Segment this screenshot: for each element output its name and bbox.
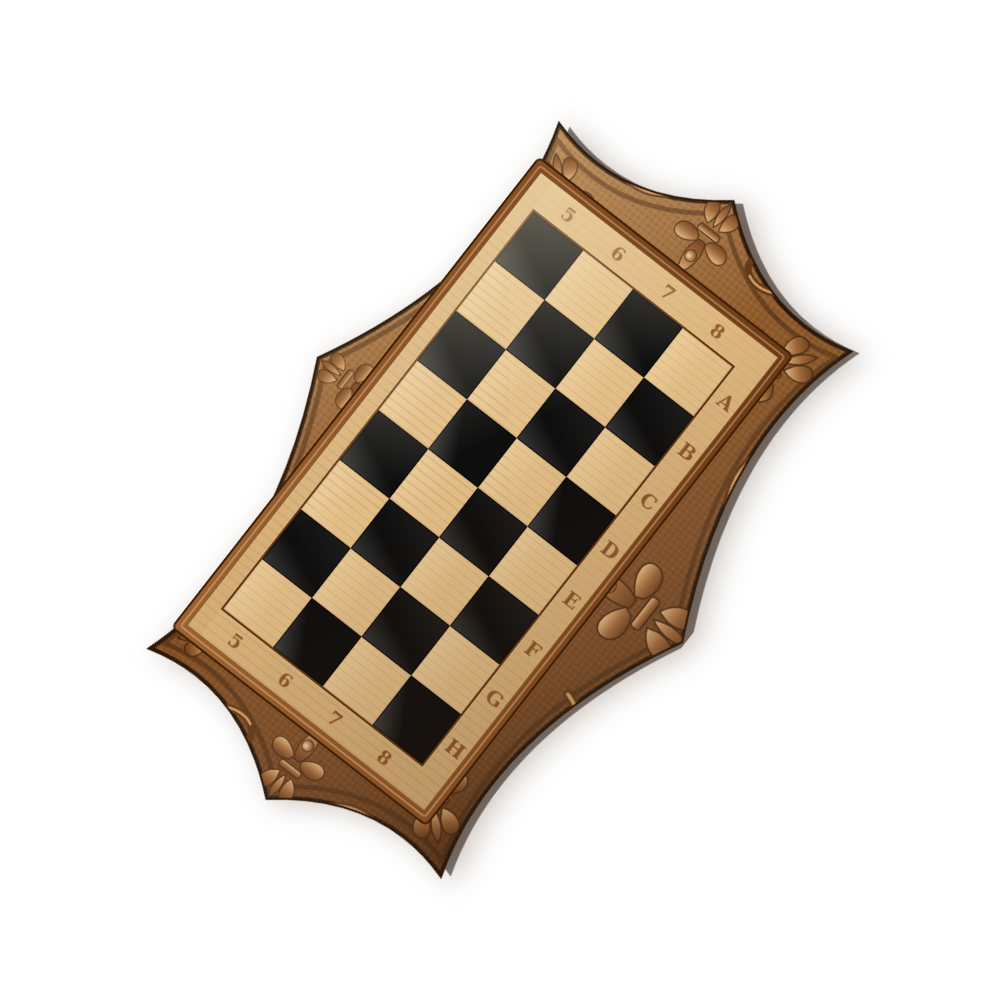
file-label-a-text: A [714,390,739,415]
rank-label-right-8-text: 8 [706,320,728,343]
file-label-h-text: H [442,735,469,762]
rank-label-right-7-text: 7 [657,281,679,304]
photo-background: 5678 5678 HGFEDCBA [0,0,1000,1000]
rank-label-left-7-text: 7 [323,708,345,731]
rank-label-left-6-text: 6 [274,669,296,692]
file-label-c-text: C [636,489,661,515]
file-label-b-text: B [674,439,700,465]
file-label-g-text: G [481,686,507,712]
file-label-f-text: F [521,638,545,663]
rank-label-right-6-text: 6 [607,242,629,265]
folded-chess-case: 5678 5678 HGFEDCBA [79,53,921,946]
rank-label-right-5-text: 5 [557,204,579,227]
rank-label-left-5-text: 5 [224,630,246,653]
file-label-e-text: E [559,588,583,613]
rank-label-left-8-text: 8 [373,746,395,769]
file-label-d-text: D [597,538,623,564]
